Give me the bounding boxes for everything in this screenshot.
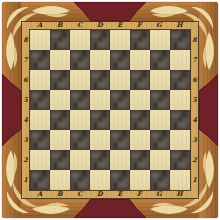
square-h5[interactable] <box>170 90 190 110</box>
square-h6[interactable] <box>170 70 190 90</box>
square-c6[interactable] <box>70 70 90 90</box>
square-h8[interactable] <box>170 30 190 50</box>
square-c4[interactable] <box>70 110 90 130</box>
square-a7[interactable] <box>30 50 50 70</box>
square-g4[interactable] <box>150 110 170 130</box>
square-e4[interactable] <box>110 110 130 130</box>
square-e6[interactable] <box>110 70 130 90</box>
square-g7[interactable] <box>150 50 170 70</box>
square-h7[interactable] <box>170 50 190 70</box>
square-c5[interactable] <box>70 90 90 110</box>
square-a6[interactable] <box>30 70 50 90</box>
square-e3[interactable] <box>110 130 130 150</box>
board-photo: ABCDEFGH ABCDEFGH 87654321 87654321 <box>0 0 220 220</box>
square-g5[interactable] <box>150 90 170 110</box>
square-g6[interactable] <box>150 70 170 90</box>
square-b4[interactable] <box>50 110 70 130</box>
square-h3[interactable] <box>170 130 190 150</box>
square-f2[interactable] <box>130 150 150 170</box>
square-a1[interactable] <box>30 170 50 190</box>
square-b1[interactable] <box>50 170 70 190</box>
chess-board-frame: ABCDEFGH ABCDEFGH 87654321 87654321 <box>2 2 218 218</box>
frame-edge-left <box>2 2 21 218</box>
square-a8[interactable] <box>30 30 50 50</box>
square-a5[interactable] <box>30 90 50 110</box>
frame-edge-top <box>2 2 218 21</box>
square-a2[interactable] <box>30 150 50 170</box>
square-f6[interactable] <box>130 70 150 90</box>
square-f3[interactable] <box>130 130 150 150</box>
square-d6[interactable] <box>90 70 110 90</box>
chess-board-grid <box>30 30 190 190</box>
square-b8[interactable] <box>50 30 70 50</box>
square-h2[interactable] <box>170 150 190 170</box>
square-e5[interactable] <box>110 90 130 110</box>
square-d3[interactable] <box>90 130 110 150</box>
square-d2[interactable] <box>90 150 110 170</box>
square-f4[interactable] <box>130 110 150 130</box>
square-f7[interactable] <box>130 50 150 70</box>
square-a4[interactable] <box>30 110 50 130</box>
square-d8[interactable] <box>90 30 110 50</box>
square-g8[interactable] <box>150 30 170 50</box>
square-g2[interactable] <box>150 150 170 170</box>
square-a3[interactable] <box>30 130 50 150</box>
square-d7[interactable] <box>90 50 110 70</box>
square-e8[interactable] <box>110 30 130 50</box>
square-d1[interactable] <box>90 170 110 190</box>
square-b7[interactable] <box>50 50 70 70</box>
square-g3[interactable] <box>150 130 170 150</box>
frame-edge-right <box>199 2 218 218</box>
square-e1[interactable] <box>110 170 130 190</box>
square-g1[interactable] <box>150 170 170 190</box>
square-b3[interactable] <box>50 130 70 150</box>
square-e7[interactable] <box>110 50 130 70</box>
square-f8[interactable] <box>130 30 150 50</box>
square-c2[interactable] <box>70 150 90 170</box>
square-f1[interactable] <box>130 170 150 190</box>
square-d5[interactable] <box>90 90 110 110</box>
frame-edge-bottom <box>2 199 218 218</box>
square-b2[interactable] <box>50 150 70 170</box>
square-h1[interactable] <box>170 170 190 190</box>
square-c8[interactable] <box>70 30 90 50</box>
square-c1[interactable] <box>70 170 90 190</box>
square-f5[interactable] <box>130 90 150 110</box>
square-e2[interactable] <box>110 150 130 170</box>
square-b5[interactable] <box>50 90 70 110</box>
square-c3[interactable] <box>70 130 90 150</box>
square-d4[interactable] <box>90 110 110 130</box>
square-h4[interactable] <box>170 110 190 130</box>
square-b6[interactable] <box>50 70 70 90</box>
square-c7[interactable] <box>70 50 90 70</box>
